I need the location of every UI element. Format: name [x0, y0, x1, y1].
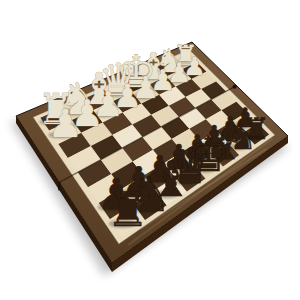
hinge-right	[233, 85, 237, 89]
piece-white-pawn-a2: ♟	[48, 101, 83, 146]
folding-chessboard: ♜♞♟♝♟♚♟♛♟♝♟♞♟♜♟♟♟♟♜♟♞♟♝♟♚♟♛♟♝♟♞♜	[0, 0, 300, 300]
piece-black-rook-a8: ♜	[106, 182, 149, 237]
chess-set-photo: ♜♞♟♝♟♚♟♛♟♝♟♞♟♜♟♟♟♟♜♟♞♟♝♟♚♟♛♟♝♟♞♜	[0, 0, 300, 300]
